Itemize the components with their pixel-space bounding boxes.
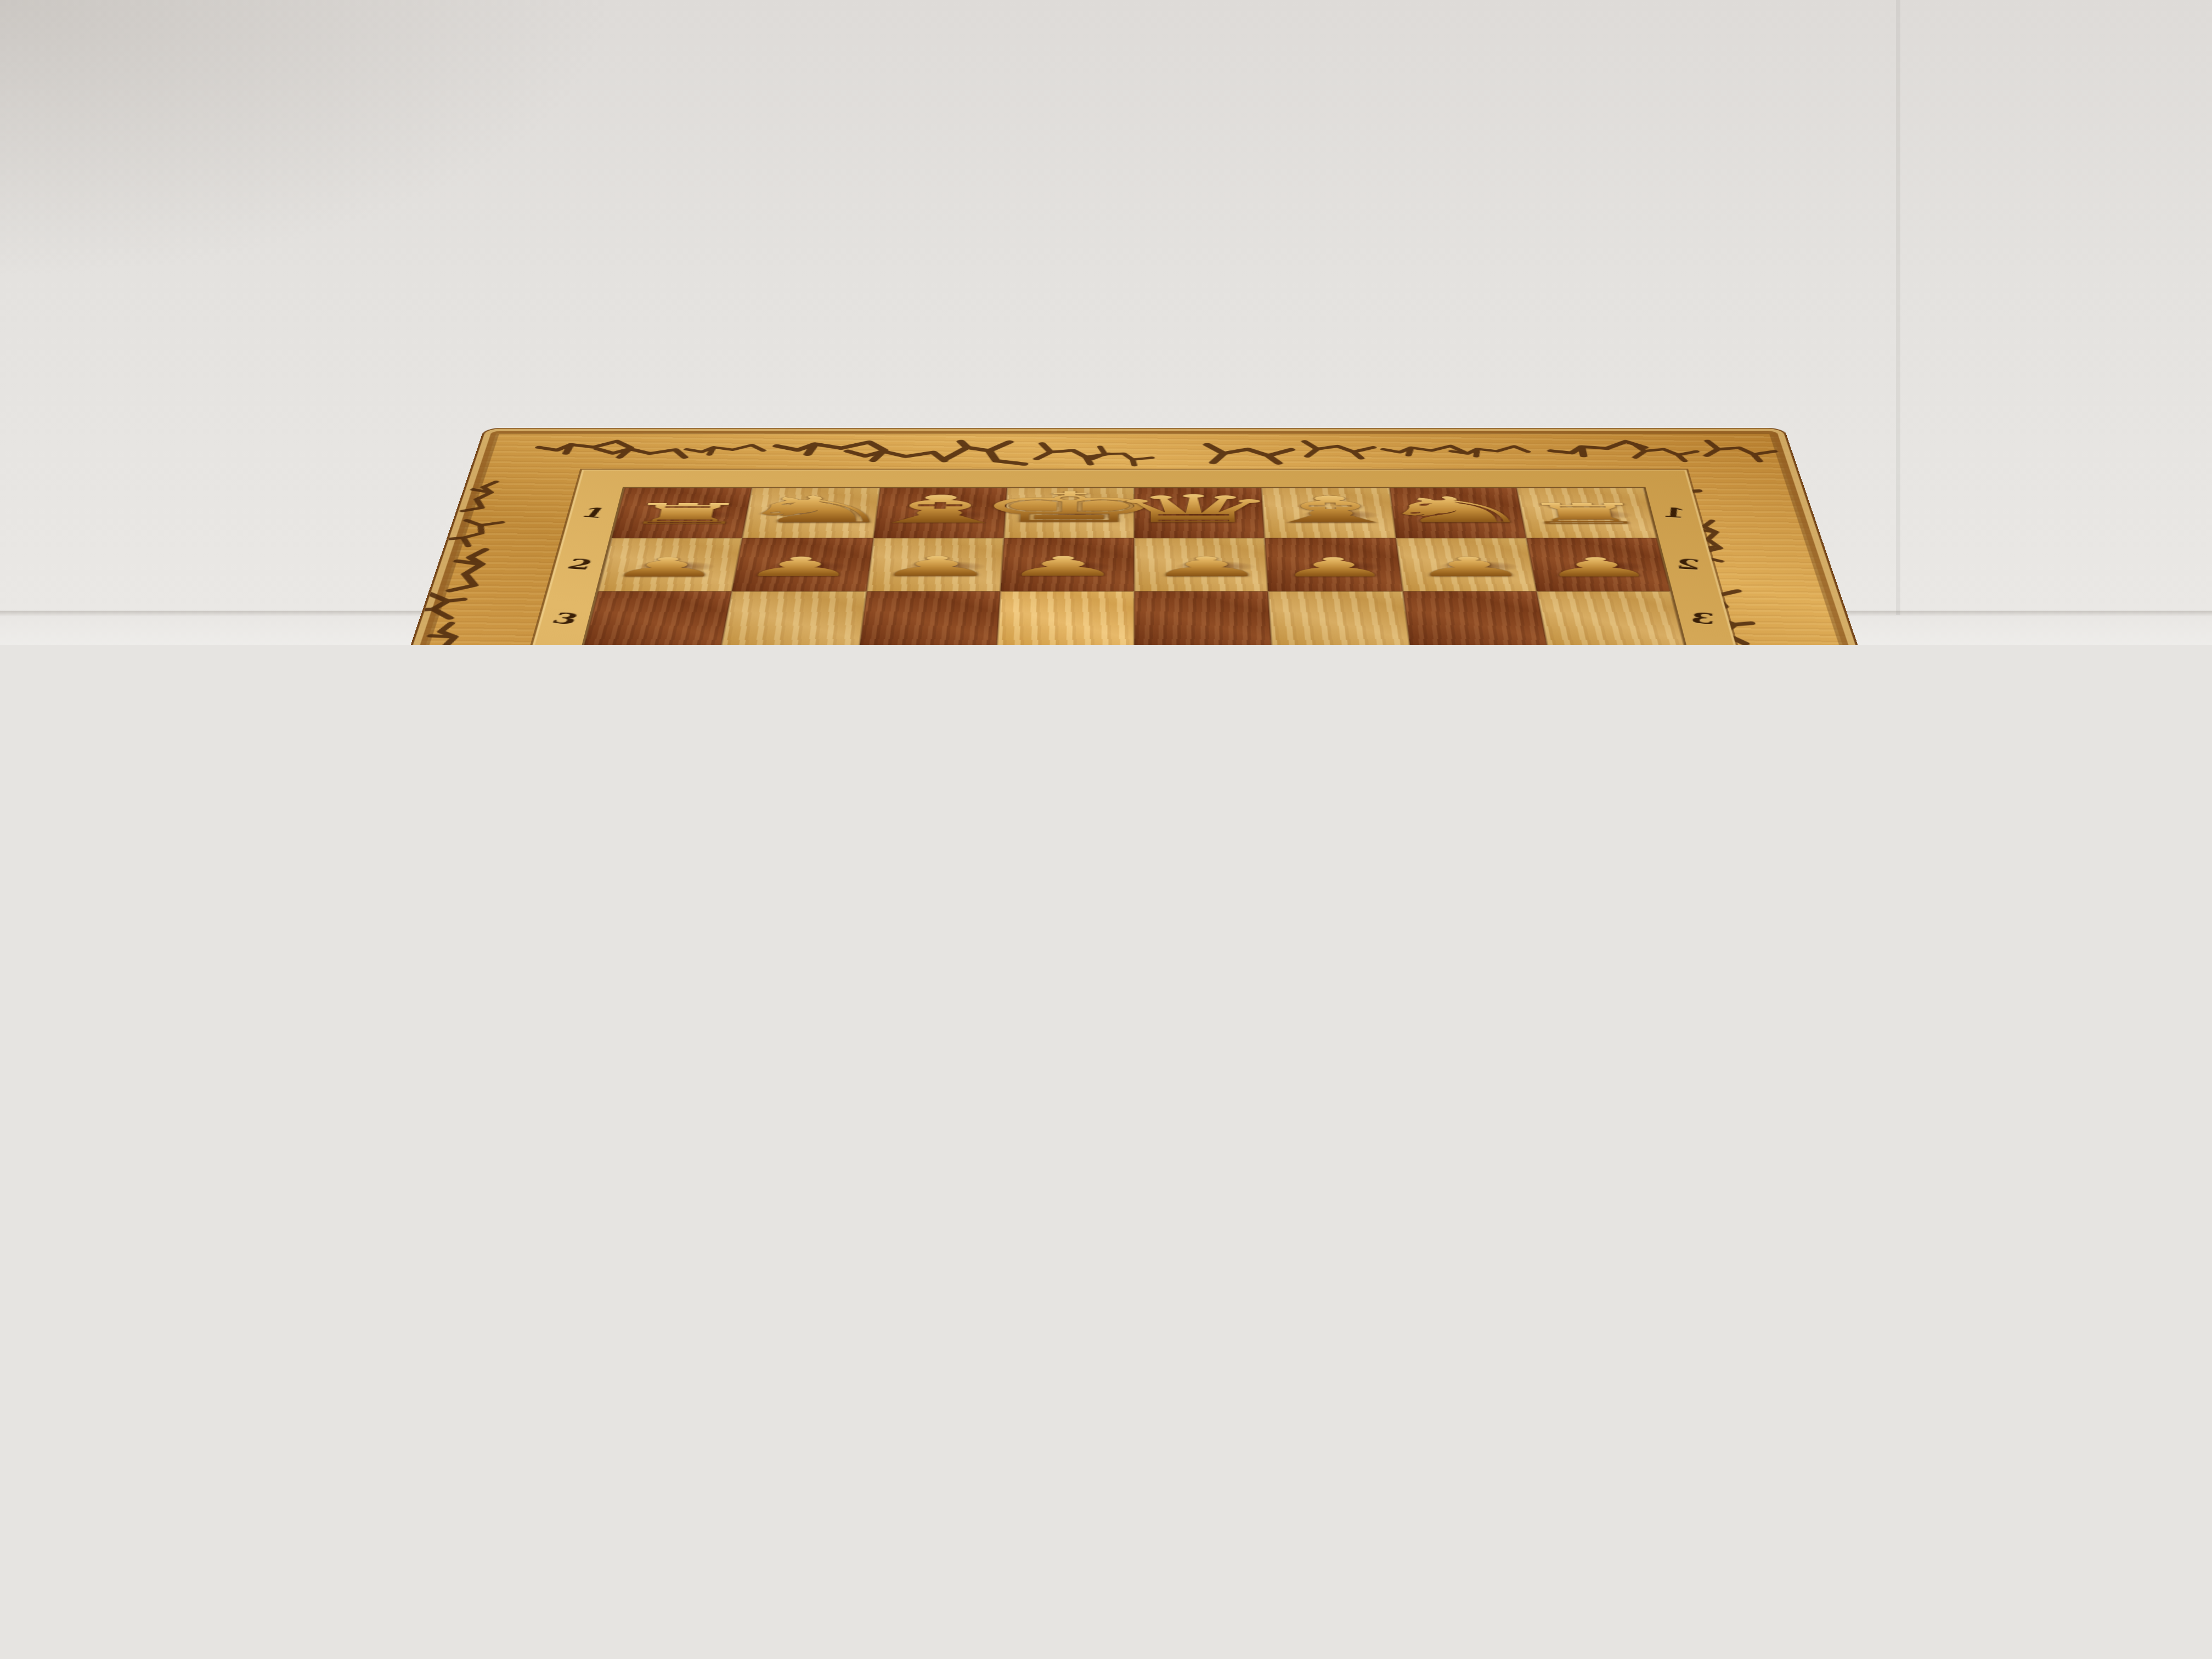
square-g3 [721, 591, 866, 645]
scene-3d: 11h22g33f44e55d66c77b88a ♜♞♝♚♛♝♞♜♟♟♟♟♟♟♟… [0, 0, 2212, 645]
coordinate-label: 3 [1690, 610, 1716, 628]
square-e3 [997, 591, 1135, 645]
photo-canvas: 11h22g33f44e55d66c77b88a ♜♞♝♚♛♝♞♜♟♟♟♟♟♟♟… [0, 0, 2212, 645]
square-h3 [584, 591, 732, 645]
square-f3 [859, 591, 1000, 645]
square-b3 [1402, 591, 1547, 645]
square-c3 [1268, 591, 1409, 645]
square-d3 [1134, 591, 1272, 645]
chess-board-top: 11h22g33f44e55d66c77b88a ♜♞♝♚♛♝♞♜♟♟♟♟♟♟♟… [264, 428, 2005, 645]
square-a3 [1536, 591, 1685, 645]
